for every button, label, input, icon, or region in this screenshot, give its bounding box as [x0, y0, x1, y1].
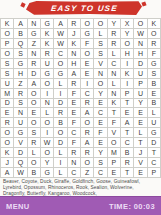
grid-cell[interactable]: S	[14, 99, 26, 108]
grid-cell[interactable]: R	[148, 39, 160, 48]
grid-cell[interactable]: Y	[94, 148, 106, 157]
grid-cell[interactable]: A	[54, 19, 66, 28]
grid-cell[interactable]: O	[1, 29, 13, 38]
grid-cell[interactable]: F	[68, 118, 80, 127]
grid-cell[interactable]: D	[148, 138, 160, 147]
grid-cell[interactable]: B	[54, 118, 66, 127]
menu-button[interactable]: MENU	[6, 202, 30, 211]
grid-cell[interactable]: T	[121, 168, 133, 177]
grid-cell[interactable]: C	[94, 168, 106, 177]
grid-cell[interactable]: K	[108, 99, 120, 108]
grid-cell[interactable]: S	[1, 59, 13, 68]
grid-cell[interactable]: O	[54, 128, 66, 137]
grid-cell[interactable]: W	[14, 168, 26, 177]
grid-cell[interactable]: K	[68, 39, 80, 48]
grid-cell[interactable]: G	[14, 59, 26, 68]
grid-cell[interactable]: B	[148, 79, 160, 88]
grid-cell[interactable]: V	[134, 158, 146, 167]
grid-cell[interactable]: Y	[134, 99, 146, 108]
grid-cell[interactable]: E	[94, 99, 106, 108]
grid-cell[interactable]: P	[134, 79, 146, 88]
grid-cell[interactable]: O	[28, 99, 40, 108]
grid-cell[interactable]: S	[94, 158, 106, 167]
grid-cell[interactable]: S	[94, 49, 106, 58]
grid-cell[interactable]: B	[121, 148, 133, 157]
grid-cell[interactable]: P	[108, 158, 120, 167]
grid-cell[interactable]: G	[41, 19, 53, 28]
grid-cell[interactable]: T	[121, 99, 133, 108]
grid-cell[interactable]: N	[68, 49, 80, 58]
grid-cell[interactable]: H	[134, 49, 146, 58]
grid-cell[interactable]: H	[121, 49, 133, 58]
grid-cell[interactable]: L	[28, 148, 40, 157]
grid-cell[interactable]: O	[1, 128, 13, 137]
grid-cell[interactable]: T	[148, 148, 160, 157]
grid-cell[interactable]: O	[1, 49, 13, 58]
banner-brush-mark-left	[20, 2, 25, 7]
page-title: EASY TO USE	[50, 4, 118, 13]
grid-cell[interactable]: Z	[81, 168, 93, 177]
grid-cell[interactable]: N	[68, 158, 80, 167]
grid-cell[interactable]: E	[1, 108, 13, 117]
grid-cell[interactable]: N	[134, 39, 146, 48]
grid-cell[interactable]: I	[121, 79, 133, 88]
word-list-line: Beaver, Coyote, Duck, Giraffe, Goldfinch…	[3, 179, 158, 185]
grid-cell[interactable]: E	[108, 168, 120, 177]
word-grid: KANGAROOYXOKOBGKWJGLRYWOPQZKWKFSRONROSNR…	[0, 18, 161, 178]
grid-cell[interactable]: D	[28, 69, 40, 78]
grid-cell[interactable]: W	[41, 138, 53, 147]
grid-cell[interactable]: I	[54, 89, 66, 98]
grid-cell[interactable]: G	[148, 59, 160, 68]
grid-cell[interactable]: I	[121, 59, 133, 68]
grid-cell[interactable]: D	[54, 99, 66, 108]
grid-cell[interactable]: L	[54, 148, 66, 157]
grid-cell[interactable]: C	[121, 138, 133, 147]
grid-cell[interactable]: K	[41, 29, 53, 38]
banner-brush-mark-right	[141, 1, 146, 6]
grid-cell[interactable]: E	[81, 69, 93, 78]
grid-cell[interactable]: D	[14, 148, 26, 157]
grid-cell[interactable]: F	[108, 118, 120, 127]
timer-display: TIME: 00:03	[109, 202, 155, 211]
grid-cell[interactable]: A	[68, 69, 80, 78]
grid-cell[interactable]: F	[68, 138, 80, 147]
grid-cell[interactable]: R	[14, 89, 26, 98]
grid-cell[interactable]: N	[94, 69, 106, 78]
bottom-bar: MENU TIME: 00:03	[0, 196, 161, 215]
grid-cell[interactable]: E	[148, 89, 160, 98]
grid-cell[interactable]: O	[41, 148, 53, 157]
grid-cell[interactable]: S	[148, 69, 160, 78]
grid-cell[interactable]: L	[54, 168, 66, 177]
grid-cell[interactable]: R	[108, 39, 120, 48]
grid-cell[interactable]: E	[81, 59, 93, 68]
grid-cell[interactable]: A	[121, 118, 133, 127]
grid-cell[interactable]: L	[54, 79, 66, 88]
grid-cell[interactable]: T	[121, 128, 133, 137]
grid-cell[interactable]: G	[81, 29, 93, 38]
grid-cell[interactable]: X	[121, 19, 133, 28]
grid-cell[interactable]: K	[41, 39, 53, 48]
grid-cell[interactable]: U	[134, 89, 146, 98]
grid-cell[interactable]: Y	[108, 19, 120, 28]
grid-cell[interactable]: O	[28, 158, 40, 167]
grid-cell[interactable]: P	[148, 168, 160, 177]
grid-cell[interactable]: S	[14, 49, 26, 58]
grid-cell[interactable]: R	[121, 158, 133, 167]
grid-cell[interactable]: F	[81, 39, 93, 48]
grid-cell[interactable]: E	[94, 118, 106, 127]
grid-cell[interactable]: L	[108, 79, 120, 88]
grid-cell[interactable]: L	[134, 128, 146, 137]
grid-cell[interactable]: D	[134, 59, 146, 68]
grid-cell[interactable]: R	[81, 148, 93, 157]
grid-cell[interactable]: S	[1, 69, 13, 78]
grid-cell[interactable]: D	[1, 99, 13, 108]
grid-cell[interactable]: E	[134, 168, 146, 177]
grid-cell[interactable]: Y	[94, 89, 106, 98]
grid-cell[interactable]: P	[121, 89, 133, 98]
grid-cell[interactable]: O	[28, 89, 40, 98]
grid-cell[interactable]: O	[54, 59, 66, 68]
grid-cell[interactable]: S	[28, 128, 40, 137]
grid-cell[interactable]: I	[54, 158, 66, 167]
grid-cell[interactable]: G	[28, 29, 40, 38]
grid-cell[interactable]: F	[148, 49, 160, 58]
grid-cell[interactable]: B	[28, 168, 40, 177]
grid-cell[interactable]: Q	[14, 158, 26, 167]
grid-cell[interactable]: U	[1, 79, 13, 88]
grid-cell[interactable]: H	[68, 59, 80, 68]
grid-cell[interactable]: E	[68, 99, 80, 108]
grid-cell[interactable]: N	[41, 99, 53, 108]
grid-cell[interactable]: R	[68, 19, 80, 28]
grid-cell[interactable]: B	[14, 29, 26, 38]
grid-cell[interactable]: M	[1, 89, 13, 98]
grid-cell[interactable]: A	[81, 138, 93, 147]
grid-cell[interactable]: H	[14, 69, 26, 78]
grid-cell[interactable]: O	[94, 79, 106, 88]
grid-cell[interactable]: Z	[14, 79, 26, 88]
grid-cell[interactable]: G	[41, 168, 53, 177]
grid-cell[interactable]: O	[121, 39, 133, 48]
grid-cell[interactable]: T	[108, 108, 120, 117]
grid-cell[interactable]: F	[68, 89, 80, 98]
grid-cell[interactable]: R	[28, 138, 40, 147]
grid-cell[interactable]: O	[81, 49, 93, 58]
grid-cell[interactable]: O	[81, 118, 93, 127]
grid-cell[interactable]: V	[14, 138, 26, 147]
grid-cell[interactable]: O	[1, 138, 13, 147]
grid-cell[interactable]: R	[108, 29, 120, 38]
grid-cell[interactable]: Z	[28, 39, 40, 48]
grid-cell[interactable]: O	[41, 118, 53, 127]
grid-cell[interactable]: G	[54, 69, 66, 78]
grid-cell[interactable]: G	[148, 128, 160, 137]
grid-cell[interactable]: W	[54, 29, 66, 38]
grid-cell[interactable]: Y	[41, 158, 53, 167]
grid-cell[interactable]: V	[108, 128, 120, 137]
grid-cell[interactable]: R	[68, 79, 80, 88]
grid-cell[interactable]: C	[94, 108, 106, 117]
grid-cell[interactable]: Y	[121, 29, 133, 38]
grid-cell[interactable]: E	[94, 138, 106, 147]
grid-cell[interactable]: E	[134, 118, 146, 127]
grid-cell[interactable]: A	[14, 19, 26, 28]
grid-cell[interactable]: R	[68, 148, 80, 157]
grid-cell[interactable]: I	[81, 79, 93, 88]
grid-cell[interactable]: I	[41, 89, 53, 98]
grid-cell[interactable]: C	[68, 168, 80, 177]
grid-cell[interactable]: R	[54, 108, 66, 117]
title-banner: EASY TO USE	[26, 1, 142, 15]
grid-cell[interactable]: R	[1, 118, 13, 127]
grid-cell[interactable]: A	[28, 79, 40, 88]
grid-cell[interactable]: J	[1, 158, 13, 167]
grid-cell[interactable]: N	[28, 19, 40, 28]
grid-cell[interactable]: A	[1, 168, 13, 177]
grid-cell[interactable]: E	[134, 108, 146, 117]
grid-cell[interactable]: B	[148, 99, 160, 108]
grid-cell[interactable]: A	[81, 108, 93, 117]
grid-cell[interactable]: C	[54, 49, 66, 58]
grid-cell[interactable]: O	[148, 29, 160, 38]
grid-cell[interactable]: I	[41, 128, 53, 137]
grid-cell[interactable]: K	[148, 19, 160, 28]
grid-cell[interactable]: K	[1, 148, 13, 157]
grid-cell[interactable]: C	[81, 89, 93, 98]
grid-cell[interactable]: R	[28, 59, 40, 68]
grid-cell[interactable]: R	[81, 99, 93, 108]
grid-cell[interactable]: W	[54, 39, 66, 48]
grid-cell[interactable]: O	[41, 79, 53, 88]
grid-cell[interactable]: R	[41, 49, 53, 58]
grid-cell[interactable]: V	[94, 59, 106, 68]
grid-cell[interactable]: R	[81, 128, 93, 137]
grid-cell[interactable]: E	[121, 108, 133, 117]
grid-cell[interactable]: O	[28, 118, 40, 127]
grid-cell[interactable]: C	[148, 158, 160, 167]
grid-cell[interactable]: S	[94, 39, 106, 48]
grid-cell[interactable]: U	[41, 59, 53, 68]
grid-cell[interactable]: N	[14, 108, 26, 117]
header: EASY TO USE	[0, 0, 161, 18]
grid-cell[interactable]: N	[108, 69, 120, 78]
grid-cell[interactable]: F	[94, 128, 106, 137]
grid-cell[interactable]: C	[108, 59, 120, 68]
grid-cell[interactable]: P	[1, 39, 13, 48]
grid-cell[interactable]: L	[148, 108, 160, 117]
grid-cell[interactable]: O	[94, 19, 106, 28]
grid-cell[interactable]: L	[41, 108, 53, 117]
grid-cell[interactable]: L	[108, 49, 120, 58]
grid-cell[interactable]: G	[41, 69, 53, 78]
grid-cell[interactable]: J	[134, 148, 146, 157]
grid-cell[interactable]: C	[68, 128, 80, 137]
grid-cell[interactable]: T	[134, 138, 146, 147]
grid-cell[interactable]: W	[134, 29, 146, 38]
grid-cell[interactable]: K	[1, 19, 13, 28]
grid-cell[interactable]: E	[68, 108, 80, 117]
grid-cell[interactable]: N	[28, 49, 40, 58]
grid-cell[interactable]: N	[108, 89, 120, 98]
grid-cell[interactable]: U	[148, 118, 160, 127]
grid-cell[interactable]: U	[14, 118, 26, 127]
grid-cell[interactable]: K	[121, 69, 133, 78]
grid-cell[interactable]: O	[81, 19, 93, 28]
grid-cell[interactable]: L	[94, 29, 106, 38]
grid-cell[interactable]: O	[81, 158, 93, 167]
grid-cell[interactable]: J	[68, 29, 80, 38]
grid-cell[interactable]: U	[134, 69, 146, 78]
grid-cell[interactable]: M	[108, 148, 120, 157]
grid-cell[interactable]: Q	[14, 39, 26, 48]
grid-cell[interactable]: O	[108, 138, 120, 147]
grid-cell[interactable]: O	[134, 19, 146, 28]
grid-cell[interactable]: G	[14, 128, 26, 137]
grid-cell[interactable]: D	[54, 138, 66, 147]
grid-cell[interactable]: E	[28, 108, 40, 117]
